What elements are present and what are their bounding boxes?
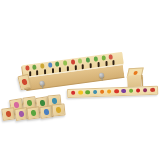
carrot-icon (100, 90, 105, 95)
duck-icon (55, 107, 61, 114)
cherry-icon (143, 88, 148, 93)
grapes-icon (85, 90, 90, 95)
wooden-die[interactable] (126, 68, 142, 89)
yellow-flower-icon (40, 63, 45, 68)
light-plant-icon (63, 60, 68, 65)
metal-clasp[interactable] (39, 80, 45, 86)
green-tree-icon (93, 56, 98, 61)
tomato-icon (114, 89, 119, 94)
apple-icon (136, 88, 141, 93)
green-bush-icon (101, 55, 106, 60)
butterfly-icon (18, 110, 24, 117)
blue-bird-icon (47, 62, 52, 67)
mushroom-icon (21, 78, 28, 85)
eggplant-icon (121, 89, 126, 94)
tree-icon (26, 100, 32, 107)
green-tree-icon (86, 57, 91, 62)
ladybug-icon (5, 111, 11, 118)
banana-icon (78, 90, 83, 95)
pale-tree-icon (78, 58, 83, 63)
red-ladybug-icon (70, 59, 75, 64)
pear-icon (129, 89, 134, 94)
green-tree-icon (55, 61, 60, 66)
product-photo (0, 0, 160, 160)
die-front-face (127, 74, 143, 87)
red-plant-icon (109, 54, 114, 59)
tree-icon (39, 99, 45, 106)
strawberry-icon (71, 91, 76, 96)
orange-icon (107, 89, 112, 94)
red-flower-icon (25, 65, 30, 70)
plum-icon (93, 90, 98, 95)
picture-strip (67, 86, 158, 98)
flower-icon (13, 101, 19, 108)
fish-icon (43, 108, 49, 115)
metal-clasp[interactable] (99, 73, 105, 79)
caterpillar-icon (30, 109, 36, 116)
green-sprout-icon (32, 64, 37, 69)
sorting-box (24, 52, 124, 91)
radish-icon (150, 88, 155, 93)
picture-tile-duck[interactable] (51, 103, 65, 116)
